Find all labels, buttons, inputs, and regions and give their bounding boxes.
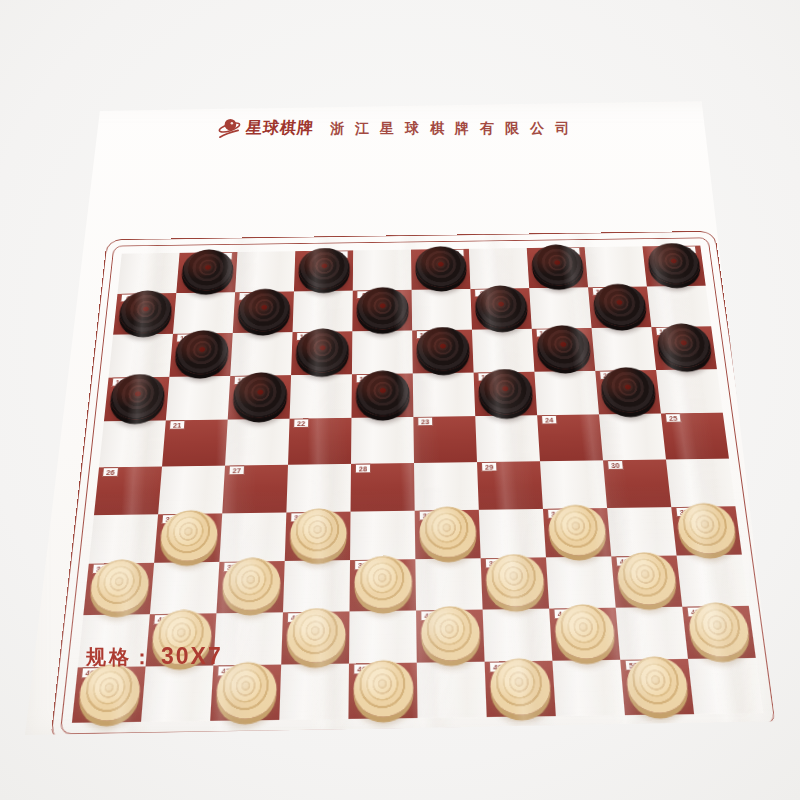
white-checker-piece[interactable] — [286, 608, 346, 663]
dark-square[interactable]: 27 — [222, 465, 288, 513]
light-square — [89, 514, 158, 564]
dark-square[interactable]: 40 — [611, 556, 682, 608]
dark-square[interactable]: 9 — [470, 288, 531, 330]
black-checker-piece[interactable] — [416, 327, 470, 371]
square-number-label: 25 — [665, 414, 682, 423]
white-checker-piece[interactable] — [420, 606, 480, 661]
light-square — [351, 417, 414, 464]
dark-square[interactable]: 19 — [474, 372, 538, 417]
black-checker-piece[interactable] — [655, 324, 713, 368]
dark-square[interactable]: 46 — [72, 667, 146, 723]
dark-square[interactable]: 2 — [294, 250, 353, 291]
white-checker-piece[interactable] — [624, 656, 689, 713]
light-square — [352, 331, 413, 374]
brand-name: 星球棋牌 — [245, 118, 315, 139]
white-checker-piece[interactable] — [489, 658, 552, 715]
white-checker-piece[interactable] — [419, 506, 477, 557]
light-square — [293, 290, 353, 332]
square-number-label: 23 — [417, 417, 433, 426]
light-square — [616, 607, 688, 661]
light-square — [607, 507, 677, 557]
dark-square[interactable]: 4 — [527, 247, 588, 288]
black-checker-piece[interactable] — [592, 284, 648, 327]
dark-square[interactable]: 6 — [113, 293, 176, 335]
light-square — [150, 562, 220, 614]
dark-square[interactable]: 10 — [588, 286, 651, 328]
dark-square[interactable]: 34 — [543, 508, 611, 558]
dark-square[interactable]: 35 — [671, 506, 742, 556]
white-checker-piece[interactable] — [353, 660, 413, 717]
square-number-label: 27 — [228, 465, 245, 475]
dark-square[interactable]: 12 — [291, 331, 352, 374]
white-checker-piece[interactable] — [553, 604, 616, 659]
light-square — [475, 416, 540, 463]
light-square — [592, 327, 657, 370]
light-square — [599, 414, 666, 460]
light-square — [118, 253, 180, 294]
square-number-label: 26 — [102, 467, 119, 477]
black-checker-piece[interactable] — [477, 369, 533, 415]
light-square — [529, 287, 591, 329]
black-checker-piece[interactable] — [356, 287, 408, 330]
square-number-label: 24 — [541, 415, 557, 424]
spec-text: 规格： 30X7 — [86, 643, 223, 671]
light-square — [350, 510, 415, 560]
dark-square[interactable]: 49 — [485, 661, 556, 717]
black-checker-piece[interactable] — [298, 248, 350, 290]
dark-square[interactable]: 45 — [682, 606, 756, 660]
black-checker-piece[interactable] — [415, 246, 467, 288]
dark-square[interactable]: 17 — [228, 375, 291, 420]
light-square — [534, 371, 599, 416]
dark-square[interactable]: 3 — [411, 249, 470, 290]
brand: 星球棋牌 — [217, 116, 314, 141]
light-square — [235, 251, 295, 292]
white-checker-piece[interactable] — [289, 508, 347, 559]
planet-logo-icon — [217, 116, 242, 141]
square-number-label: 30 — [607, 460, 624, 470]
dark-square[interactable]: 1 — [176, 252, 237, 293]
light-square — [656, 369, 723, 414]
dark-square[interactable]: 20 — [595, 370, 661, 415]
white-checker-piece[interactable] — [686, 602, 751, 657]
dark-square[interactable]: 5 — [642, 246, 705, 287]
light-square — [225, 419, 290, 466]
dark-square[interactable]: 33 — [415, 509, 481, 559]
mat-header: 星球棋牌 浙江星球棋牌有限公司 — [217, 116, 569, 141]
light-square — [213, 612, 283, 666]
light-square — [688, 658, 763, 714]
light-square — [552, 660, 625, 716]
white-checker-piece[interactable] — [675, 503, 738, 554]
light-square — [415, 558, 482, 610]
light-square — [417, 662, 487, 718]
dark-square[interactable]: 48 — [348, 663, 417, 719]
light-square — [413, 372, 476, 417]
black-checker-piece[interactable] — [474, 285, 528, 328]
light-square — [414, 462, 479, 510]
light-square — [166, 376, 230, 421]
black-checker-piece[interactable] — [232, 372, 288, 418]
light-square — [677, 555, 749, 607]
dark-square[interactable]: 15 — [651, 326, 717, 369]
light-square — [469, 248, 529, 289]
light-square — [353, 250, 412, 291]
light-square — [472, 329, 534, 372]
dark-square[interactable]: 16 — [104, 377, 170, 422]
light-square — [483, 608, 553, 662]
light-square — [412, 289, 472, 331]
spec-value: 30X7 — [161, 643, 223, 670]
light-square — [141, 666, 213, 722]
dark-square[interactable]: 38 — [350, 559, 417, 611]
dark-square[interactable]: 36 — [83, 563, 154, 615]
black-checker-piece[interactable] — [237, 288, 291, 331]
dark-square[interactable]: 14 — [532, 328, 595, 371]
dark-square[interactable]: 50 — [620, 659, 694, 715]
light-square — [546, 557, 616, 609]
dark-square[interactable]: 7 — [233, 291, 294, 333]
light-square — [647, 285, 711, 327]
dark-square[interactable]: 28 — [351, 463, 415, 511]
dark-square[interactable]: 23 — [413, 416, 477, 463]
light-square — [540, 460, 607, 508]
dark-square[interactable]: 13 — [412, 330, 473, 373]
light-square — [230, 332, 292, 375]
company-name: 浙江星球棋牌有限公司 — [330, 120, 580, 138]
product-photo: 星球棋牌 浙江星球棋牌有限公司 123456789101112131415161… — [0, 0, 800, 800]
dark-square[interactable]: 29 — [477, 461, 543, 509]
dark-square[interactable]: 30 — [603, 459, 671, 507]
dark-square[interactable]: 8 — [352, 289, 412, 331]
black-checker-piece[interactable] — [355, 370, 409, 416]
square-number-label: 22 — [293, 419, 309, 428]
dark-square[interactable]: 43 — [416, 609, 485, 663]
game-mat: 星球棋牌 浙江星球棋牌有限公司 123456789101112131415161… — [22, 94, 778, 744]
square-number-label: 21 — [169, 421, 185, 430]
light-square — [99, 421, 166, 468]
white-checker-piece[interactable] — [485, 554, 545, 607]
white-checker-piece[interactable] — [615, 552, 678, 605]
black-checker-piece[interactable] — [295, 329, 349, 374]
dark-square[interactable]: 22 — [288, 418, 351, 465]
dark-square[interactable]: 44 — [549, 607, 620, 661]
light-square — [173, 292, 235, 334]
light-square — [290, 374, 352, 419]
dark-square[interactable]: 31 — [154, 513, 222, 563]
light-square — [666, 459, 735, 507]
light-square — [585, 246, 647, 287]
dark-square[interactable]: 47 — [210, 665, 281, 721]
spec-label: 规格： — [86, 644, 155, 671]
light-square — [286, 464, 351, 512]
dark-square[interactable]: 11 — [169, 333, 232, 377]
light-square — [158, 466, 225, 514]
light-square — [479, 509, 546, 559]
dark-square[interactable]: 37 — [216, 561, 284, 613]
black-checker-piece[interactable] — [180, 249, 234, 291]
square-number-label: 29 — [481, 462, 497, 472]
dark-square[interactable]: 25 — [661, 413, 729, 459]
dark-square[interactable]: 32 — [285, 511, 351, 561]
dark-square[interactable]: 18 — [351, 373, 413, 418]
light-square — [279, 664, 349, 720]
dark-square[interactable]: 26 — [94, 467, 162, 515]
square-number-label: 28 — [355, 464, 371, 474]
white-checker-piece[interactable] — [354, 556, 412, 609]
dark-square[interactable]: 39 — [481, 558, 549, 610]
light-square — [219, 512, 286, 562]
dark-square[interactable]: 21 — [162, 420, 228, 467]
light-square — [283, 560, 350, 612]
black-checker-piece[interactable] — [599, 367, 657, 413]
white-checker-piece[interactable] — [547, 505, 607, 556]
black-checker-piece[interactable] — [535, 325, 591, 369]
light-square — [109, 334, 173, 378]
dark-square[interactable]: 42 — [281, 611, 349, 665]
dark-square[interactable]: 24 — [537, 415, 603, 461]
light-square — [349, 610, 417, 664]
